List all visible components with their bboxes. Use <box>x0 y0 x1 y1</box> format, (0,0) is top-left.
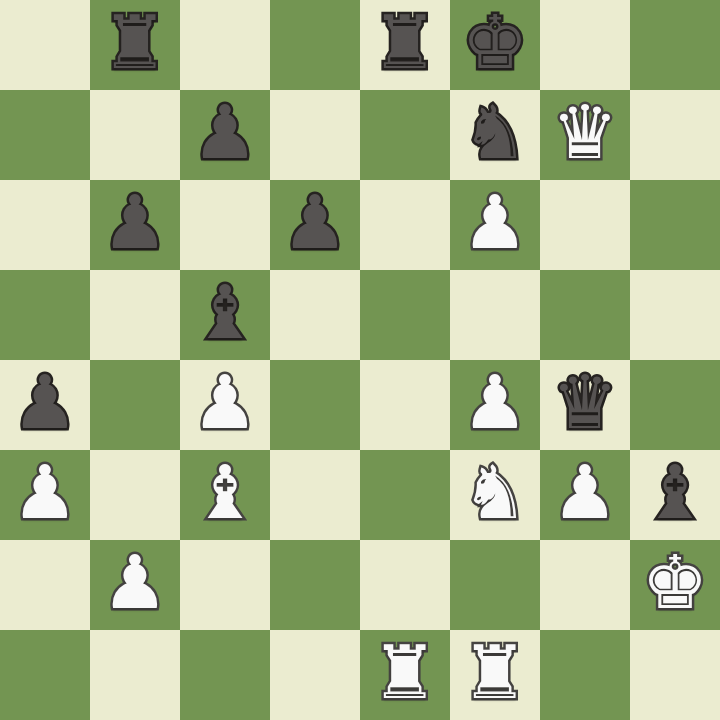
square-g5[interactable] <box>540 270 630 360</box>
square-c1[interactable] <box>180 630 270 720</box>
square-e1[interactable]: ♜ <box>360 630 450 720</box>
square-b5[interactable] <box>90 270 180 360</box>
piece-white-pawn[interactable]: ♟ <box>462 177 528 267</box>
square-b8[interactable]: ♜ <box>90 0 180 90</box>
square-f7[interactable]: ♞ <box>450 90 540 180</box>
square-d8[interactable] <box>270 0 360 90</box>
square-g6[interactable] <box>540 180 630 270</box>
square-h6[interactable] <box>630 180 720 270</box>
square-b1[interactable] <box>90 630 180 720</box>
square-a3[interactable]: ♟ <box>0 450 90 540</box>
square-g3[interactable]: ♟ <box>540 450 630 540</box>
square-e8[interactable]: ♜ <box>360 0 450 90</box>
square-f6[interactable]: ♟ <box>450 180 540 270</box>
square-h8[interactable] <box>630 0 720 90</box>
square-e4[interactable] <box>360 360 450 450</box>
square-h4[interactable] <box>630 360 720 450</box>
square-e3[interactable] <box>360 450 450 540</box>
piece-black-knight[interactable]: ♞ <box>462 87 528 177</box>
piece-white-king[interactable]: ♚ <box>642 537 708 627</box>
square-f3[interactable]: ♞ <box>450 450 540 540</box>
square-c8[interactable] <box>180 0 270 90</box>
square-g7[interactable]: ♛ <box>540 90 630 180</box>
square-a7[interactable] <box>0 90 90 180</box>
square-a6[interactable] <box>0 180 90 270</box>
piece-black-rook[interactable]: ♜ <box>372 0 438 87</box>
piece-white-pawn[interactable]: ♟ <box>12 447 78 537</box>
square-d3[interactable] <box>270 450 360 540</box>
piece-white-rook[interactable]: ♜ <box>372 627 438 717</box>
square-a4[interactable]: ♟ <box>0 360 90 450</box>
square-e2[interactable] <box>360 540 450 630</box>
piece-white-pawn[interactable]: ♟ <box>552 447 618 537</box>
piece-black-queen[interactable]: ♛ <box>552 357 618 447</box>
square-d4[interactable] <box>270 360 360 450</box>
square-g4[interactable]: ♛ <box>540 360 630 450</box>
square-d5[interactable] <box>270 270 360 360</box>
square-a2[interactable] <box>0 540 90 630</box>
square-h1[interactable] <box>630 630 720 720</box>
square-b4[interactable] <box>90 360 180 450</box>
square-f8[interactable]: ♚ <box>450 0 540 90</box>
piece-black-pawn[interactable]: ♟ <box>192 87 258 177</box>
square-b6[interactable]: ♟ <box>90 180 180 270</box>
piece-black-king[interactable]: ♚ <box>462 0 528 87</box>
piece-white-rook[interactable]: ♜ <box>462 627 528 717</box>
square-e7[interactable] <box>360 90 450 180</box>
square-f2[interactable] <box>450 540 540 630</box>
piece-black-pawn[interactable]: ♟ <box>12 357 78 447</box>
piece-white-pawn[interactable]: ♟ <box>192 357 258 447</box>
square-c5[interactable]: ♝ <box>180 270 270 360</box>
square-f5[interactable] <box>450 270 540 360</box>
square-b7[interactable] <box>90 90 180 180</box>
square-a5[interactable] <box>0 270 90 360</box>
square-g1[interactable] <box>540 630 630 720</box>
square-h2[interactable]: ♚ <box>630 540 720 630</box>
square-c6[interactable] <box>180 180 270 270</box>
square-d6[interactable]: ♟ <box>270 180 360 270</box>
square-g8[interactable] <box>540 0 630 90</box>
square-b3[interactable] <box>90 450 180 540</box>
square-f1[interactable]: ♜ <box>450 630 540 720</box>
piece-white-queen[interactable]: ♛ <box>552 87 618 177</box>
piece-black-rook[interactable]: ♜ <box>102 0 168 87</box>
square-a8[interactable] <box>0 0 90 90</box>
piece-black-bishop[interactable]: ♝ <box>642 447 708 537</box>
square-d1[interactable] <box>270 630 360 720</box>
square-h3[interactable]: ♝ <box>630 450 720 540</box>
chess-board: ♜♜♚♟♞♛♟♟♟♝♟♟♟♛♟♝♞♟♝♟♚♜♜ <box>0 0 720 720</box>
piece-black-pawn[interactable]: ♟ <box>282 177 348 267</box>
square-d2[interactable] <box>270 540 360 630</box>
square-b2[interactable]: ♟ <box>90 540 180 630</box>
square-g2[interactable] <box>540 540 630 630</box>
square-f4[interactable]: ♟ <box>450 360 540 450</box>
square-h7[interactable] <box>630 90 720 180</box>
square-h5[interactable] <box>630 270 720 360</box>
piece-black-pawn[interactable]: ♟ <box>102 177 168 267</box>
square-c4[interactable]: ♟ <box>180 360 270 450</box>
piece-white-bishop[interactable]: ♝ <box>192 447 258 537</box>
piece-black-bishop[interactable]: ♝ <box>192 267 258 357</box>
square-e5[interactable] <box>360 270 450 360</box>
piece-white-pawn[interactable]: ♟ <box>102 537 168 627</box>
square-d7[interactable] <box>270 90 360 180</box>
square-a1[interactable] <box>0 630 90 720</box>
square-c2[interactable] <box>180 540 270 630</box>
piece-white-knight[interactable]: ♞ <box>462 447 528 537</box>
square-c7[interactable]: ♟ <box>180 90 270 180</box>
square-e6[interactable] <box>360 180 450 270</box>
piece-white-pawn[interactable]: ♟ <box>462 357 528 447</box>
square-c3[interactable]: ♝ <box>180 450 270 540</box>
